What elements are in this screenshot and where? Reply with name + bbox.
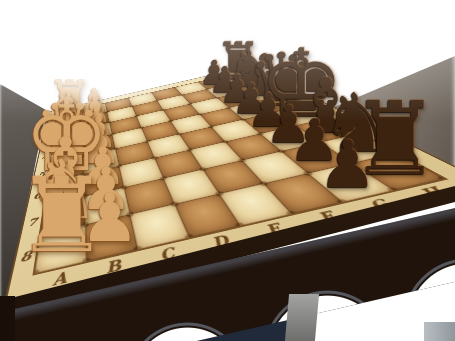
table-corner-shadow bbox=[0, 296, 15, 341]
piece-white-rook[interactable]: ♜︎ bbox=[15, 169, 108, 262]
piece-black-pawn[interactable]: ♟︎ bbox=[318, 134, 377, 193]
chess-photo-scene: ABCDEFGH87654321 ♜︎♞︎♝︎♛︎♚︎♝︎♞︎♜︎♟︎♟︎♟︎♟… bbox=[0, 0, 455, 341]
table-foot bbox=[424, 322, 455, 341]
table-leg bbox=[285, 294, 319, 341]
